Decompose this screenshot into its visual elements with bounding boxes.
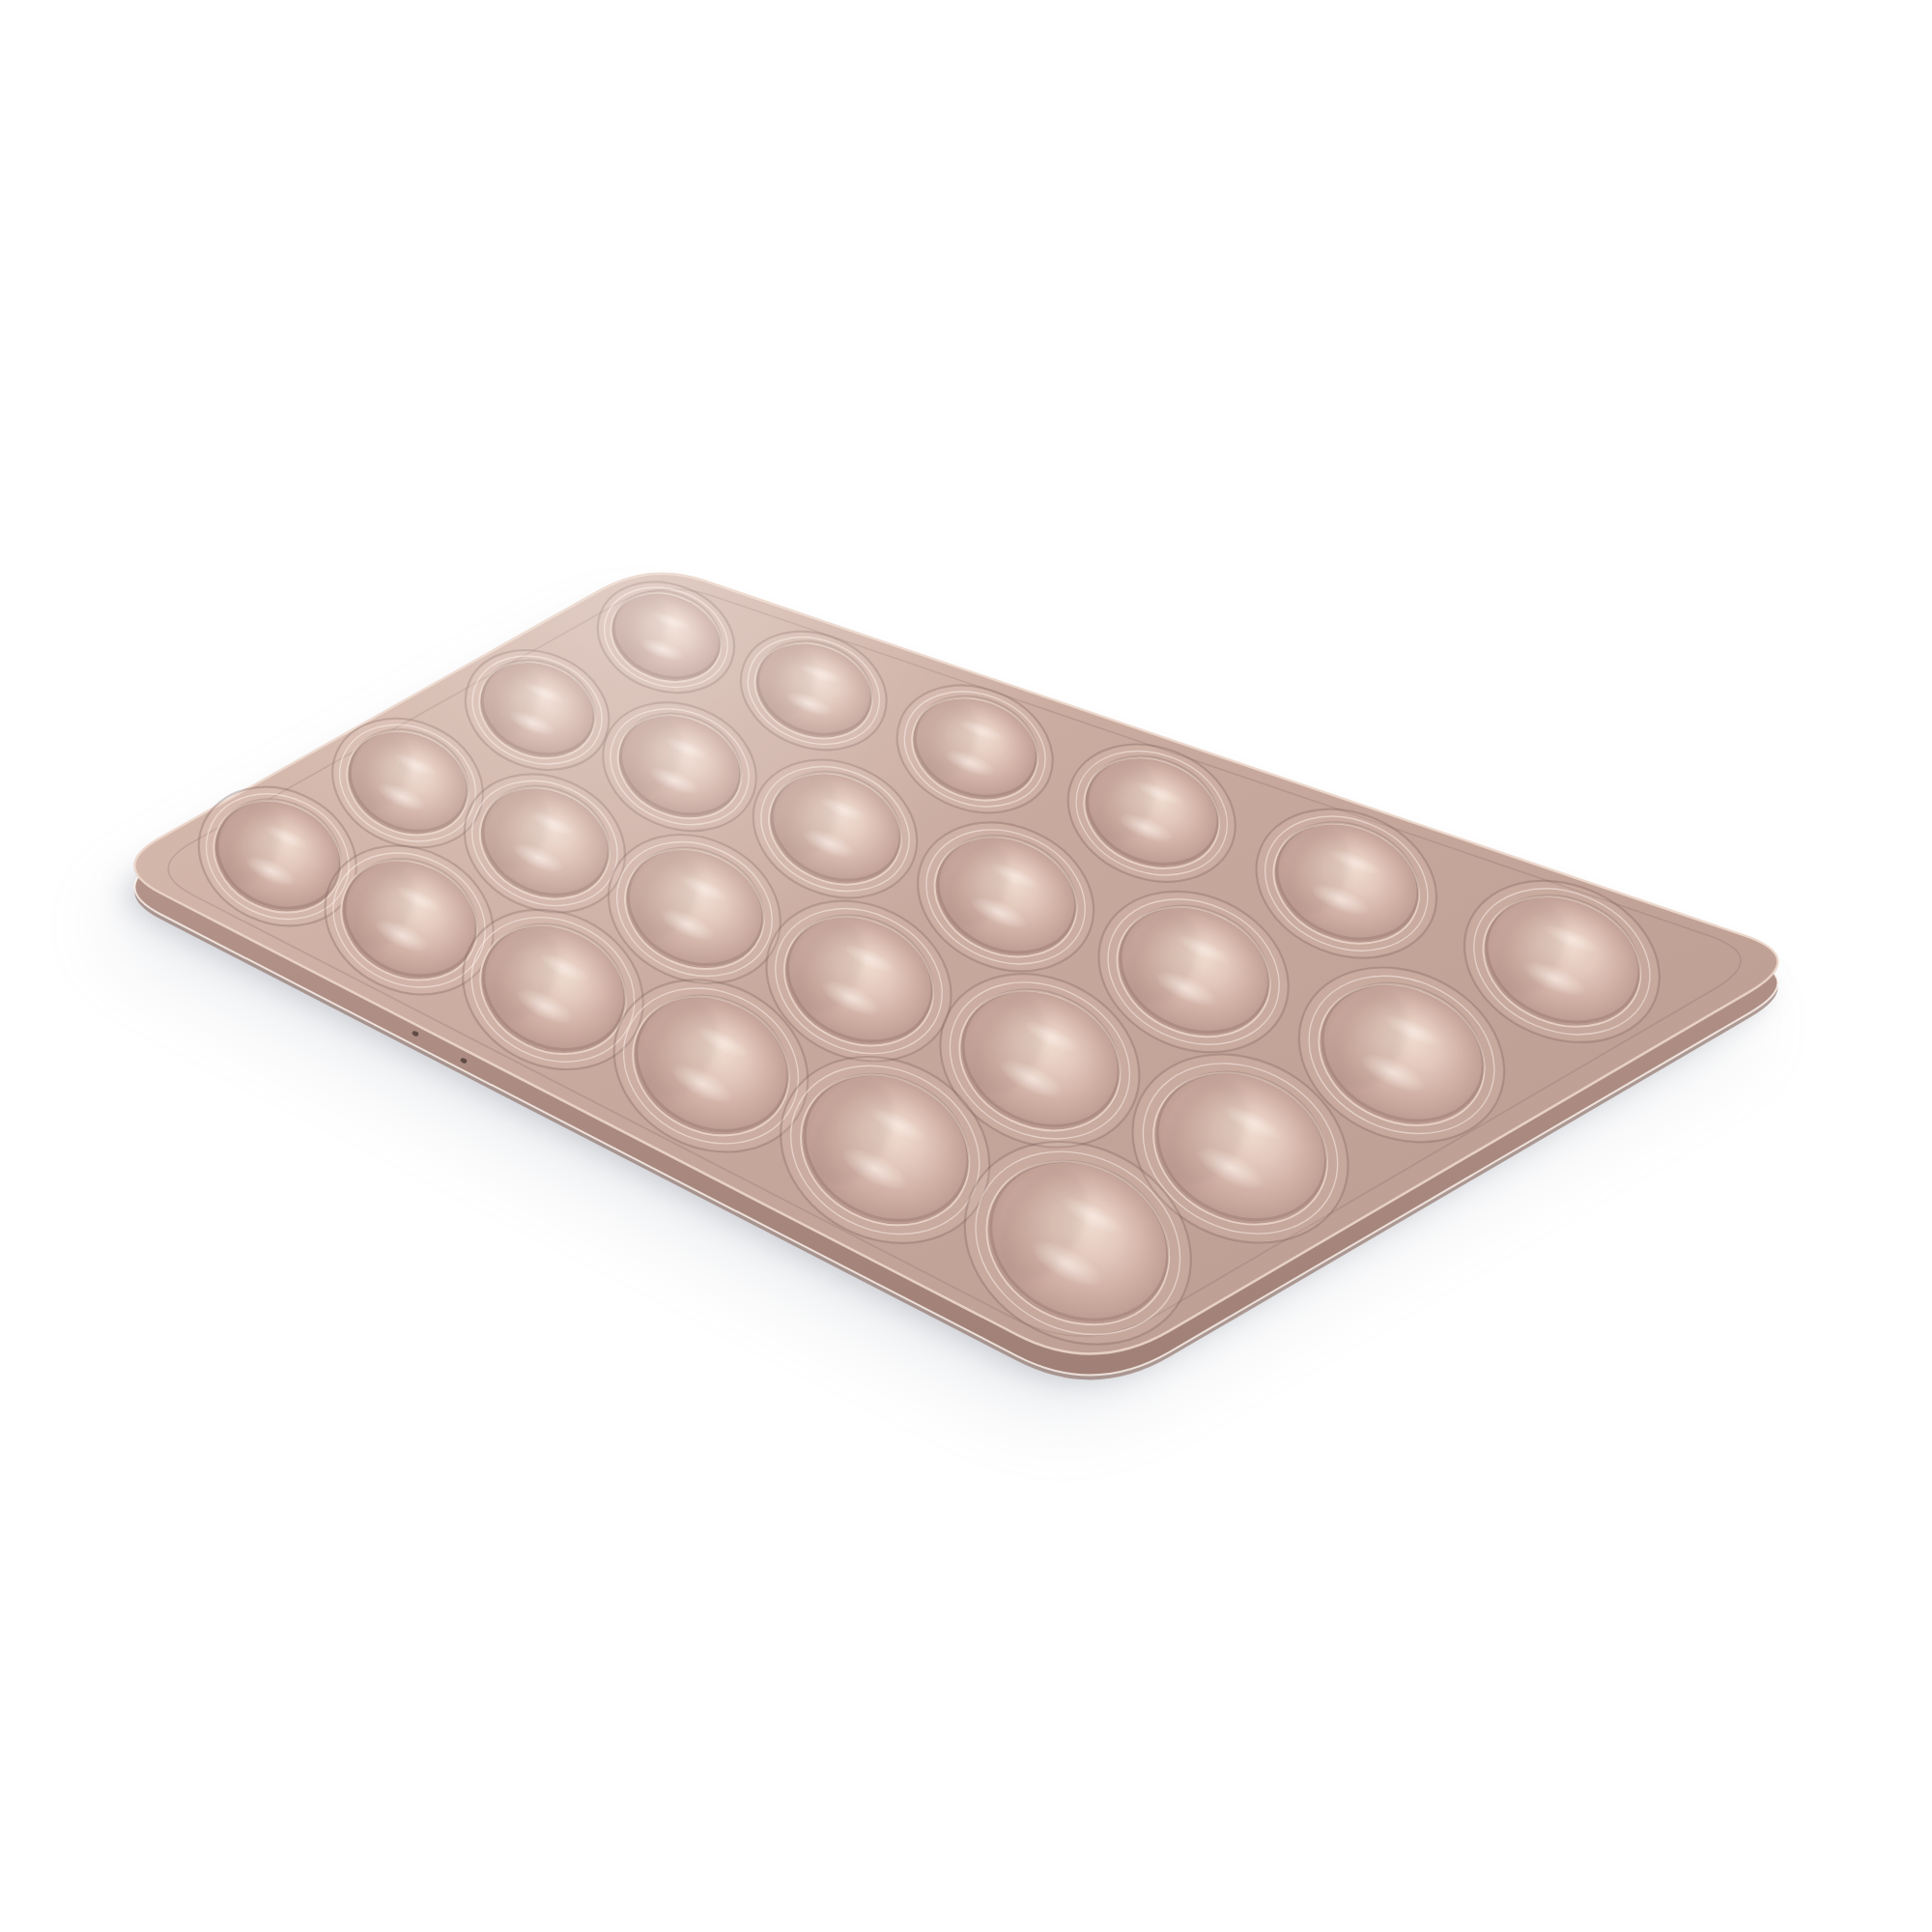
muffin-pan-scene: [0, 0, 1932, 1932]
far-edge-light-haze: [134, 574, 1777, 1354]
product-photo: [0, 0, 1932, 1932]
